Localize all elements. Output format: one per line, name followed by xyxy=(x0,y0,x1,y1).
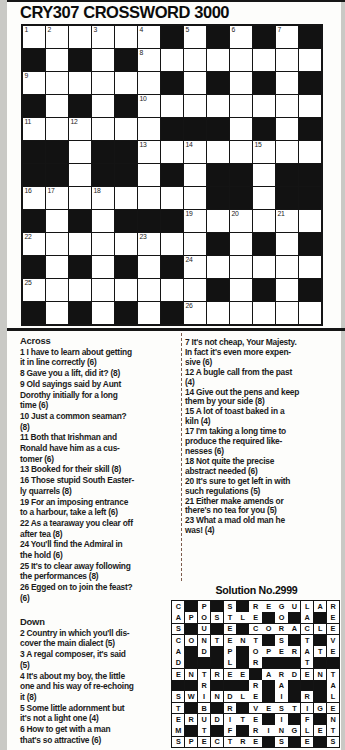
solution-cell-r7c11: E xyxy=(301,669,313,680)
solution-cell-r2c1: A xyxy=(172,612,184,623)
solution-cell-r5c8: P xyxy=(262,646,274,657)
clue-number-3: 3 xyxy=(94,27,97,34)
puzzle-cell-r12c3[interactable] xyxy=(69,279,91,301)
puzzle-cell-r10c1[interactable]: 22 xyxy=(23,233,45,255)
puzzle-cell-r11c13[interactable] xyxy=(299,256,321,278)
across-clue-19-line: to a harbour, take a left (6) xyxy=(20,507,180,518)
solution-cell-r10c1: T xyxy=(172,703,184,714)
across-clue-13: 13 Booked for their skill (8) xyxy=(20,464,180,475)
puzzle-cell-r10c7[interactable] xyxy=(161,233,183,255)
puzzle-cell-r4c3 xyxy=(69,95,91,117)
puzzle-cell-r6c7[interactable] xyxy=(161,141,183,163)
puzzle-cell-r6c11[interactable]: 15 xyxy=(253,141,275,163)
puzzle-cell-r11c5 xyxy=(115,256,137,278)
solution-cell-r11c12 xyxy=(314,714,326,725)
solution-cell-r11c4: D xyxy=(211,714,223,725)
solution-cell-r11c2: R xyxy=(185,714,197,725)
puzzle-cell-r6c6[interactable]: 13 xyxy=(138,141,160,163)
solution-cell-r9c4: N xyxy=(211,691,223,702)
puzzle-cell-r1c4[interactable]: 3 xyxy=(92,26,114,48)
solution-cell-r1c4 xyxy=(211,601,223,612)
solution-cell-r7c10: D xyxy=(288,669,300,680)
puzzle-cell-r13c11[interactable] xyxy=(253,302,275,324)
down-clue-3: 3 A regal composer, it's said(5) xyxy=(20,649,180,670)
down-clue-17: 17 I'm taking a long time toproduce the … xyxy=(185,427,345,457)
clue-number-16: 16 xyxy=(25,188,32,195)
solution-cell-r13c5: T xyxy=(224,737,236,748)
solution-cell-r13c7: E xyxy=(249,737,261,748)
puzzle-cell-r2c6[interactable]: 8 xyxy=(138,49,160,71)
puzzle-cell-r12c10[interactable] xyxy=(230,279,252,301)
puzzle-cell-r4c12[interactable] xyxy=(276,95,298,117)
puzzle-cell-r1c6[interactable]: 4 xyxy=(138,26,160,48)
puzzle-cell-r12c12[interactable] xyxy=(276,279,298,301)
puzzle-cell-r10c6[interactable]: 23 xyxy=(138,233,160,255)
clue-number-18: 18 xyxy=(94,188,101,195)
puzzle-cell-r9c2[interactable] xyxy=(46,210,68,232)
solution-cell-r13c6: R xyxy=(236,737,248,748)
solution-cell-r6c11: T xyxy=(301,657,313,668)
down-clue-18: 18 Not quite the preciseabstract needed … xyxy=(185,457,345,477)
solution-cell-r10c4 xyxy=(211,703,223,714)
down-clue-12: 12 A bugle call from the past(4) xyxy=(185,368,345,388)
solution-cell-r11c10 xyxy=(288,714,300,725)
down-clue-6-line: 6 How to get with a man xyxy=(20,724,180,735)
puzzle-cell-r2c12[interactable] xyxy=(276,49,298,71)
puzzle-cell-r9c9[interactable] xyxy=(207,210,229,232)
puzzle-cell-r4c13[interactable] xyxy=(299,95,321,117)
puzzle-cell-r2c3 xyxy=(69,49,91,71)
puzzle-cell-r2c10[interactable] xyxy=(230,49,252,71)
solution-cell-r2c3: O xyxy=(198,612,210,623)
solution-cell-r4c2: O xyxy=(185,635,197,646)
solution-cell-r6c10 xyxy=(288,657,300,668)
down-clue-2: 2 Country in which you'll dis-cover the … xyxy=(20,628,180,649)
puzzle-cell-r13c9[interactable] xyxy=(207,302,229,324)
puzzle-cell-r8c5[interactable] xyxy=(115,187,137,209)
solution-cell-r12c13: T xyxy=(327,725,339,736)
solution-cell-r12c8: I xyxy=(262,725,274,736)
solution-cell-r6c12 xyxy=(314,657,326,668)
puzzle-cell-r3c6[interactable] xyxy=(138,72,160,94)
puzzle-cell-r10c11 xyxy=(253,233,275,255)
solution-cell-r5c10: R xyxy=(288,646,300,657)
puzzle-cell-r5c3[interactable]: 12 xyxy=(69,118,91,140)
puzzle-cell-r13c2[interactable] xyxy=(46,302,68,324)
clue-number-11: 11 xyxy=(25,119,31,126)
puzzle-cell-r1c5[interactable] xyxy=(115,26,137,48)
puzzle-cell-r10c9 xyxy=(207,233,229,255)
solution-cell-r11c8 xyxy=(262,714,274,725)
solution-cell-r11c11: F xyxy=(301,714,313,725)
puzzle-cell-r8c8[interactable] xyxy=(184,187,206,209)
solution-cell-r4c10 xyxy=(288,635,300,646)
puzzle-cell-r12c5[interactable] xyxy=(115,279,137,301)
solution-cell-r5c13: E xyxy=(327,646,339,657)
across-clue-25: 25 It's to clear away followingthe perfo… xyxy=(20,561,180,582)
puzzle-cell-r1c13 xyxy=(299,26,321,48)
across-clue-19-line: 19 For an imposing entrance xyxy=(20,497,180,508)
puzzle-cell-r4c4[interactable] xyxy=(92,95,114,117)
solution-cell-r1c11: L xyxy=(301,601,313,612)
across-header: Across xyxy=(20,336,180,347)
solution-cell-r13c11: E xyxy=(301,737,313,748)
solution-cell-r7c12: N xyxy=(314,669,326,680)
section-divider-rule xyxy=(7,328,345,331)
across-clue-9: 9 Old sayings said by AuntDorothy initia… xyxy=(20,379,180,411)
clue-number-8: 8 xyxy=(140,50,143,57)
across-clue-22: 22 As a tearaway you clear offafter tea … xyxy=(20,518,180,539)
clue-number-26: 26 xyxy=(186,303,193,310)
solution-cell-r8c11 xyxy=(301,680,313,691)
puzzle-cell-r10c3[interactable] xyxy=(69,233,91,255)
puzzle-cell-r2c13[interactable] xyxy=(299,49,321,71)
solution-cell-r6c6 xyxy=(236,657,248,668)
down-clue-23-line: was! (4) xyxy=(185,526,345,536)
across-clue-26: 26 Egged on to join the feast?(6) xyxy=(20,582,180,603)
puzzle-cell-r8c11[interactable] xyxy=(253,187,275,209)
solution-cell-r12c6 xyxy=(236,725,248,736)
solution-cell-r8c4 xyxy=(211,680,223,691)
puzzle-cell-r3c5[interactable] xyxy=(115,72,137,94)
puzzle-cell-r13c12[interactable] xyxy=(276,302,298,324)
across-clue-26-line: (6) xyxy=(20,593,180,604)
solution-cell-r7c13: T xyxy=(327,669,339,680)
solution-cell-r4c13: V xyxy=(327,635,339,646)
solution-cell-r7c3: T xyxy=(198,669,210,680)
column-divider-dashed xyxy=(181,333,182,581)
solution-cell-r11c1: E xyxy=(172,714,184,725)
puzzle-cell-r8c3[interactable] xyxy=(69,187,91,209)
solution-cell-r4c8 xyxy=(262,635,274,646)
puzzle-cell-r10c4[interactable] xyxy=(92,233,114,255)
puzzle-cell-r7c1 xyxy=(23,164,45,186)
puzzle-cell-r11c9[interactable] xyxy=(207,256,229,278)
solution-cell-r7c9: R xyxy=(275,669,287,680)
puzzle-cell-r3c8[interactable] xyxy=(184,72,206,94)
puzzle-cell-r6c8[interactable]: 14 xyxy=(184,141,206,163)
puzzle-cell-r8c1[interactable]: 16 xyxy=(23,187,45,209)
across-clue-10-line: 10 Just a common seaman? xyxy=(20,411,180,422)
across-clue-10-line: (8) xyxy=(20,422,180,433)
puzzle-cell-r4c7[interactable] xyxy=(161,95,183,117)
puzzle-cell-r9c4[interactable] xyxy=(92,210,114,232)
across-clue-8-line: 8 Gave you a lift, did it? (8) xyxy=(20,368,180,379)
puzzle-cell-r3c9 xyxy=(207,72,229,94)
puzzle-cell-r10c2[interactable] xyxy=(46,233,68,255)
puzzle-cell-r7c10 xyxy=(230,164,252,186)
puzzle-cell-r7c7 xyxy=(161,164,183,186)
solution-cell-r2c11: A xyxy=(301,612,313,623)
puzzle-cell-r13c1 xyxy=(23,302,45,324)
solution-cell-r9c9: I xyxy=(275,691,287,702)
down-clue-12-line: 12 A bugle call from the past xyxy=(185,368,345,378)
puzzle-cell-r3c10[interactable] xyxy=(230,72,252,94)
puzzle-cell-r4c2[interactable] xyxy=(46,95,68,117)
clue-number-15: 15 xyxy=(255,142,262,149)
clue-number-24: 24 xyxy=(186,257,193,264)
solution-cell-r7c7 xyxy=(249,669,261,680)
solution-cell-r2c13: E xyxy=(327,612,339,623)
across-clue-13-line: 13 Booked for their skill (8) xyxy=(20,464,180,475)
puzzle-cell-r6c2 xyxy=(46,141,68,163)
solution-cell-r5c6 xyxy=(236,646,248,657)
puzzle-cell-r6c3[interactable] xyxy=(69,141,91,163)
across-clue-26-line: 26 Egged on to join the feast? xyxy=(20,582,180,593)
puzzle-cell-r5c12[interactable] xyxy=(276,118,298,140)
clue-number-22: 22 xyxy=(25,234,32,241)
puzzle-cell-r13c10[interactable] xyxy=(230,302,252,324)
solution-cell-r2c4: S xyxy=(211,612,223,623)
puzzle-cell-r9c5 xyxy=(115,210,137,232)
puzzle-cell-r1c8[interactable]: 5 xyxy=(184,26,206,48)
solution-cell-r3c9: R xyxy=(275,624,287,635)
puzzle-cell-r7c6[interactable] xyxy=(138,164,160,186)
puzzle-cell-r1c11 xyxy=(253,26,275,48)
solution-cell-r6c1: D xyxy=(172,657,184,668)
puzzle-cell-r4c9[interactable] xyxy=(207,95,229,117)
puzzle-cell-r10c12[interactable] xyxy=(276,233,298,255)
solution-cell-r8c3: R xyxy=(198,680,210,691)
solution-cell-r7c2: N xyxy=(185,669,197,680)
puzzle-cell-r12c6[interactable] xyxy=(138,279,160,301)
down-clue-6: 6 How to get with a manthat's so attract… xyxy=(20,724,180,745)
puzzle-cell-r11c11[interactable] xyxy=(253,256,275,278)
solution-cell-r2c12 xyxy=(314,612,326,623)
solution-cell-r10c5: R xyxy=(224,703,236,714)
solution-cell-r13c12 xyxy=(314,737,326,748)
solution-cell-r12c4 xyxy=(211,725,223,736)
solution-cell-r3c5: E xyxy=(224,624,236,635)
puzzle-cell-r9c8[interactable]: 19 xyxy=(184,210,206,232)
solution-cell-r8c5 xyxy=(224,680,236,691)
puzzle-cell-r5c1[interactable]: 11 xyxy=(23,118,45,140)
puzzle-cell-r1c9 xyxy=(207,26,229,48)
puzzle-cell-r12c4[interactable] xyxy=(92,279,114,301)
puzzle-cell-r12c1[interactable]: 25 xyxy=(23,279,45,301)
solution-cell-r6c5: L xyxy=(224,657,236,668)
down-clue-7: 7 It's not cheap, Your Majesty.In fact i… xyxy=(185,338,345,368)
puzzle-cell-r12c9 xyxy=(207,279,229,301)
puzzle-cell-r9c12[interactable]: 21 xyxy=(276,210,298,232)
puzzle-cell-r5c13 xyxy=(299,118,321,140)
clue-number-17: 17 xyxy=(48,188,55,195)
puzzle-cell-r3c3[interactable] xyxy=(69,72,91,94)
solution-cell-r3c7: C xyxy=(249,624,261,635)
puzzle-cell-r9c1 xyxy=(23,210,45,232)
clue-number-1: 1 xyxy=(25,27,28,34)
puzzle-cell-r2c7[interactable] xyxy=(161,49,183,71)
puzzle-cell-r8c2[interactable]: 17 xyxy=(46,187,68,209)
down-clue-3-line: 3 A regal composer, it's said xyxy=(20,649,180,660)
solution-cell-r1c8: E xyxy=(262,601,274,612)
clue-number-10: 10 xyxy=(140,96,147,103)
puzzle-cell-r11c4[interactable] xyxy=(92,256,114,278)
puzzle-cell-r9c11[interactable] xyxy=(253,210,275,232)
across-clue-24: 24 You'll find the Admiral inthe hold (6… xyxy=(20,539,180,560)
puzzle-cell-r13c7 xyxy=(161,302,183,324)
solution-cell-r8c9: A xyxy=(275,680,287,691)
solution-cell-r9c8 xyxy=(262,691,274,702)
solution-cell-r11c3: U xyxy=(198,714,210,725)
puzzle-cell-r8c9 xyxy=(207,187,229,209)
puzzle-cell-r9c10[interactable]: 20 xyxy=(230,210,252,232)
solution-cell-r5c7: O xyxy=(249,646,261,657)
solution-cell-r13c4: C xyxy=(211,737,223,748)
down-clue-6-line: that's so attractive (6) xyxy=(20,735,180,746)
solution-cell-r1c5: S xyxy=(224,601,236,612)
puzzle-cell-r1c3[interactable] xyxy=(69,26,91,48)
solution-cell-r3c12: L xyxy=(314,624,326,635)
puzzle-cell-r4c10[interactable] xyxy=(230,95,252,117)
puzzle-cell-r2c1 xyxy=(23,49,45,71)
solution-cell-r3c2 xyxy=(185,624,197,635)
puzzle-cell-r10c8[interactable] xyxy=(184,233,206,255)
puzzle-cell-r3c7 xyxy=(161,72,183,94)
puzzle-cell-r3c11 xyxy=(253,72,275,94)
puzzle-cell-r11c6[interactable] xyxy=(138,256,160,278)
across-clue-10: 10 Just a common seaman?(8) xyxy=(20,411,180,432)
puzzle-cell-r3c4[interactable] xyxy=(92,72,114,94)
puzzle-cell-r2c9[interactable] xyxy=(207,49,229,71)
puzzle-cell-r11c12[interactable] xyxy=(276,256,298,278)
solution-cell-r12c2 xyxy=(185,725,197,736)
puzzle-cell-r5c10[interactable] xyxy=(230,118,252,140)
puzzle-cell-r13c4[interactable] xyxy=(92,302,114,324)
down-clue-3-line: (5) xyxy=(20,660,180,671)
solution-cell-r10c2 xyxy=(185,703,197,714)
puzzle-cell-r12c2[interactable] xyxy=(46,279,68,301)
solution-cell-r12c9: N xyxy=(275,725,287,736)
puzzle-cell-r2c4[interactable] xyxy=(92,49,114,71)
solution-cell-r5c5: P xyxy=(224,646,236,657)
puzzle-cell-r7c11[interactable] xyxy=(253,164,275,186)
solution-cell-r9c6: L xyxy=(236,691,248,702)
puzzle-cell-r8c12 xyxy=(276,187,298,209)
down-clue-2-line: 2 Country in which you'll dis- xyxy=(20,628,180,639)
puzzle-cell-r7c8[interactable] xyxy=(184,164,206,186)
solution-cell-r13c3: E xyxy=(198,737,210,748)
puzzle-cell-r6c10[interactable] xyxy=(230,141,252,163)
puzzle-cell-r12c7[interactable] xyxy=(161,279,183,301)
puzzle-cell-r9c13[interactable] xyxy=(299,210,321,232)
solution-cell-r11c7: E xyxy=(249,714,261,725)
clue-number-7: 7 xyxy=(278,27,281,34)
puzzle-cell-r12c13 xyxy=(299,279,321,301)
puzzle-cell-r8c4[interactable]: 18 xyxy=(92,187,114,209)
solution-cell-r13c13: S xyxy=(327,737,339,748)
top-rule xyxy=(7,0,345,2)
puzzle-cell-r13c3 xyxy=(69,302,91,324)
puzzle-cell-r6c13[interactable] xyxy=(299,141,321,163)
puzzle-cell-r11c8[interactable]: 24 xyxy=(184,256,206,278)
solution-cell-r3c6 xyxy=(236,624,248,635)
puzzle-cell-r3c12[interactable] xyxy=(276,72,298,94)
puzzle-cell-r2c2[interactable] xyxy=(46,49,68,71)
solution-cell-r4c7: T xyxy=(249,635,261,646)
solution-cell-r3c13: E xyxy=(327,624,339,635)
puzzle-cell-r11c3 xyxy=(69,256,91,278)
solution-cell-r13c1: S xyxy=(172,737,184,748)
puzzle-cell-r13c6[interactable] xyxy=(138,302,160,324)
solution-cell-r3c4 xyxy=(211,624,223,635)
solution-cell-r5c3: D xyxy=(198,646,210,657)
down-clues-column-left: Down 2 Country in which you'll dis-cover… xyxy=(20,617,180,745)
solution-cell-r9c10 xyxy=(288,691,300,702)
puzzle-cell-r10c5[interactable] xyxy=(115,233,137,255)
solution-cell-r12c12: E xyxy=(314,725,326,736)
puzzle-cell-r1c1[interactable]: 1 xyxy=(23,26,45,48)
puzzle-cell-r10c10[interactable] xyxy=(230,233,252,255)
puzzle-cell-r13c5 xyxy=(115,302,137,324)
puzzle-cell-r3c2[interactable] xyxy=(46,72,68,94)
down-clue-4-line: one and his way of re-echoing xyxy=(20,681,180,692)
solution-cell-r12c3: T xyxy=(198,725,210,736)
solution-cell-r11c6: T xyxy=(236,714,248,725)
puzzle-cell-r5c6[interactable] xyxy=(138,118,160,140)
solution-cell-r6c2 xyxy=(185,657,197,668)
puzzle-cell-r3c1[interactable]: 9 xyxy=(23,72,45,94)
down-clues-column-right: 7 It's not cheap, Your Majesty.In fact i… xyxy=(185,338,345,536)
solution-cell-r1c6 xyxy=(236,601,248,612)
puzzle-cell-r6c9[interactable] xyxy=(207,141,229,163)
puzzle-cell-r7c3[interactable] xyxy=(69,164,91,186)
puzzle-cell-r1c7 xyxy=(161,26,183,48)
puzzle-cell-r8c13 xyxy=(299,187,321,209)
solution-cell-r7c1: E xyxy=(172,669,184,680)
puzzle-cell-r8c6[interactable] xyxy=(138,187,160,209)
puzzle-cell-r11c2[interactable] xyxy=(46,256,68,278)
puzzle-cell-r13c13[interactable] xyxy=(299,302,321,324)
solution-cell-r4c9: S xyxy=(275,635,287,646)
solution-cell-r2c7: E xyxy=(249,612,261,623)
puzzle-cell-r4c8[interactable] xyxy=(184,95,206,117)
solution-cell-r10c6 xyxy=(236,703,248,714)
puzzle-cell-r8c7[interactable] xyxy=(161,187,183,209)
clue-number-19: 19 xyxy=(186,211,193,218)
puzzle-cell-r4c11[interactable] xyxy=(253,95,275,117)
puzzle-cell-r5c2[interactable] xyxy=(46,118,68,140)
puzzle-cell-r13c8[interactable]: 26 xyxy=(184,302,206,324)
clue-number-2: 2 xyxy=(48,27,51,34)
puzzle-cell-r4c6[interactable]: 10 xyxy=(138,95,160,117)
puzzle-cell-r5c4[interactable] xyxy=(92,118,114,140)
clue-number-13: 13 xyxy=(140,142,147,149)
puzzle-cell-r1c2[interactable]: 2 xyxy=(46,26,68,48)
puzzle-cell-r11c10[interactable] xyxy=(230,256,252,278)
puzzle-cell-r6c12[interactable] xyxy=(276,141,298,163)
solution-cell-r9c1: S xyxy=(172,691,184,702)
down-clue-4: 4 It's about my boy, the littleone and h… xyxy=(20,671,180,703)
solution-cell-r4c4: T xyxy=(211,635,223,646)
solution-cell-r2c10 xyxy=(288,612,300,623)
puzzle-cell-r1c12[interactable]: 7 xyxy=(276,26,298,48)
puzzle-cell-r12c11 xyxy=(253,279,275,301)
puzzle-cell-r2c8[interactable] xyxy=(184,49,206,71)
solution-cell-r8c10 xyxy=(288,680,300,691)
puzzle-cell-r5c7 xyxy=(161,118,183,140)
puzzle-cell-r2c11[interactable] xyxy=(253,49,275,71)
puzzle-cell-r1c10[interactable]: 6 xyxy=(230,26,252,48)
puzzle-cell-r12c8[interactable] xyxy=(184,279,206,301)
down-clue-5: 5 Some little adornment butit's not a li… xyxy=(20,703,180,724)
puzzle-cell-r5c5[interactable] xyxy=(115,118,137,140)
solution-cell-r6c7: R xyxy=(249,657,261,668)
solution-cell-r4c5: E xyxy=(224,635,236,646)
solution-cell-r1c13: R xyxy=(327,601,339,612)
solution-cell-r5c9: E xyxy=(275,646,287,657)
across-clue-25-line: the performances (8) xyxy=(20,571,180,582)
